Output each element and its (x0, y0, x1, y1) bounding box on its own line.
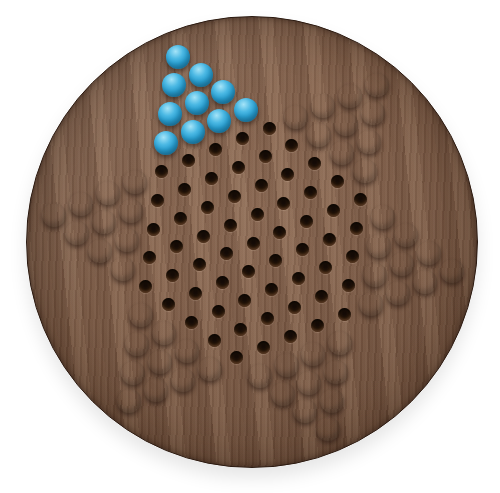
marble-red[interactable] (275, 353, 299, 377)
marble-green[interactable] (115, 228, 139, 252)
board-hole[interactable] (178, 183, 191, 196)
marble-red[interactable] (248, 364, 272, 388)
marble-blue[interactable] (234, 98, 258, 122)
board-hole[interactable] (273, 226, 286, 239)
board-hole[interactable] (228, 190, 241, 203)
marble-black[interactable] (152, 321, 176, 345)
board-hole[interactable] (220, 247, 233, 260)
board-hole[interactable] (277, 197, 290, 210)
marble-green[interactable] (96, 181, 120, 205)
board-hole[interactable] (242, 265, 255, 278)
board-hole[interactable] (261, 312, 274, 325)
board-hole[interactable] (170, 240, 183, 253)
board-hole[interactable] (182, 154, 195, 167)
marble-blue[interactable] (166, 45, 190, 69)
marble-black[interactable] (121, 361, 145, 385)
marble-blue[interactable] (154, 131, 178, 155)
marble-blue[interactable] (211, 80, 235, 104)
product-photo-background (0, 0, 500, 493)
board-hole[interactable] (281, 168, 294, 181)
marble-blue[interactable] (189, 63, 213, 87)
board-hole[interactable] (147, 223, 160, 236)
marble-natural[interactable] (353, 159, 377, 183)
marble-black[interactable] (171, 368, 195, 392)
board-hole[interactable] (292, 272, 305, 285)
board-hole[interactable] (143, 251, 156, 264)
board-hole[interactable] (255, 179, 268, 192)
board-hole[interactable] (155, 165, 168, 178)
marble-yellow[interactable] (413, 270, 437, 294)
marble-yellow[interactable] (363, 263, 387, 287)
board-hole[interactable] (197, 230, 210, 243)
board-hole[interactable] (236, 132, 249, 145)
board-hole[interactable] (151, 194, 164, 207)
marble-yellow[interactable] (390, 252, 414, 276)
board-hole[interactable] (269, 254, 282, 267)
marble-black[interactable] (117, 389, 141, 413)
board-hole[interactable] (247, 237, 260, 250)
marble-natural[interactable] (361, 101, 385, 125)
marble-black[interactable] (148, 350, 172, 374)
marble-black[interactable] (198, 357, 222, 381)
marble-red[interactable] (316, 417, 340, 441)
chinese-checkers-board (26, 16, 478, 468)
marble-red[interactable] (328, 331, 352, 355)
board-hole[interactable] (346, 250, 359, 263)
marble-black[interactable] (175, 339, 199, 363)
board-hole[interactable] (300, 215, 313, 228)
board-hole[interactable] (288, 301, 301, 314)
board-hole[interactable] (201, 201, 214, 214)
board-hole[interactable] (224, 219, 237, 232)
board-hole[interactable] (189, 287, 202, 300)
board-hole[interactable] (338, 308, 351, 321)
marble-natural[interactable] (338, 84, 362, 108)
marble-blue[interactable] (207, 109, 231, 133)
board-hole[interactable] (257, 341, 270, 354)
board-hole[interactable] (308, 157, 321, 170)
marble-yellow[interactable] (394, 223, 418, 247)
marble-yellow[interactable] (367, 234, 391, 258)
marble-black[interactable] (125, 332, 149, 356)
board-hole[interactable] (311, 319, 324, 332)
board-hole[interactable] (193, 258, 206, 271)
board-hole[interactable] (208, 334, 221, 347)
marble-red[interactable] (324, 360, 348, 384)
board-hole[interactable] (185, 316, 198, 329)
board-hole[interactable] (216, 276, 229, 289)
board-hole[interactable] (331, 175, 344, 188)
board-hole[interactable] (296, 243, 309, 256)
board-hole[interactable] (354, 193, 367, 206)
board-hole[interactable] (285, 139, 298, 152)
marble-blue[interactable] (185, 91, 209, 115)
marble-natural[interactable] (311, 94, 335, 118)
marble-blue[interactable] (162, 73, 186, 97)
marble-green[interactable] (119, 199, 143, 223)
board-hole[interactable] (232, 161, 245, 174)
marble-yellow[interactable] (371, 205, 395, 229)
marble-natural[interactable] (307, 123, 331, 147)
marble-yellow[interactable] (359, 292, 383, 316)
marble-green[interactable] (92, 210, 116, 234)
board-hole[interactable] (162, 298, 175, 311)
marble-green[interactable] (65, 221, 89, 245)
board-hole[interactable] (327, 204, 340, 217)
board-hole[interactable] (319, 261, 332, 274)
board-hole[interactable] (259, 150, 272, 163)
board-hole[interactable] (139, 280, 152, 293)
board-hole[interactable] (174, 212, 187, 225)
board-hole[interactable] (263, 122, 276, 135)
board-hole[interactable] (238, 294, 251, 307)
board-hole[interactable] (342, 279, 355, 292)
board-hole[interactable] (265, 283, 278, 296)
marble-natural[interactable] (357, 130, 381, 154)
board-hole[interactable] (315, 290, 328, 303)
board-hole[interactable] (304, 186, 317, 199)
marble-blue[interactable] (158, 102, 182, 126)
board-hole[interactable] (205, 172, 218, 185)
star-hole-grid (27, 17, 479, 469)
marble-natural[interactable] (334, 112, 358, 136)
marble-black[interactable] (144, 378, 168, 402)
marble-green[interactable] (111, 257, 135, 281)
marble-red[interactable] (271, 382, 295, 406)
marble-red[interactable] (301, 342, 325, 366)
marble-red[interactable] (320, 389, 344, 413)
marble-red[interactable] (293, 399, 317, 423)
board-hole[interactable] (234, 323, 247, 336)
marble-yellow[interactable] (417, 241, 441, 265)
marble-black[interactable] (129, 303, 153, 327)
marble-green[interactable] (42, 203, 66, 227)
marble-green[interactable] (69, 192, 93, 216)
marble-natural[interactable] (284, 105, 308, 129)
marble-yellow[interactable] (386, 281, 410, 305)
board-hole[interactable] (166, 269, 179, 282)
board-hole[interactable] (209, 143, 222, 156)
marble-blue[interactable] (181, 120, 205, 144)
marble-natural[interactable] (365, 73, 389, 97)
marble-green[interactable] (88, 239, 112, 263)
board-hole[interactable] (323, 233, 336, 246)
board-hole[interactable] (350, 222, 363, 235)
board-hole[interactable] (251, 208, 264, 221)
marble-green[interactable] (123, 170, 147, 194)
board-hole[interactable] (212, 305, 225, 318)
board-hole[interactable] (230, 351, 243, 364)
marble-red[interactable] (297, 371, 321, 395)
marble-natural[interactable] (330, 141, 354, 165)
marble-yellow[interactable] (440, 259, 464, 283)
board-hole[interactable] (284, 330, 297, 343)
